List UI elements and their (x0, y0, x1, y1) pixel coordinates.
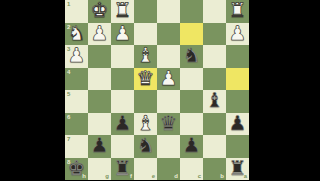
piece-black-pawn[interactable]: ♟ (183, 135, 201, 155)
piece-white-bishop[interactable]: ♝ (137, 113, 155, 133)
square-d7[interactable] (157, 135, 180, 158)
piece-white-rook[interactable]: ♜ (114, 0, 132, 20)
rank-label-1: 1 (67, 1, 70, 7)
file-label-g: g (105, 173, 109, 179)
square-b7[interactable] (203, 135, 226, 158)
square-h2[interactable]: 2♞ (65, 23, 88, 46)
piece-black-queen[interactable]: ♛ (160, 113, 178, 133)
rank-label-7: 7 (67, 136, 70, 142)
piece-white-bishop[interactable]: ♝ (137, 45, 155, 65)
square-d4[interactable]: ♟ (157, 68, 180, 91)
file-label-d: d (174, 173, 178, 179)
square-f7[interactable] (111, 135, 134, 158)
square-g7[interactable]: ♟ (88, 135, 111, 158)
file-label-e: e (152, 173, 155, 179)
piece-black-pawn[interactable]: ♟ (91, 135, 109, 155)
square-b1[interactable] (203, 0, 226, 23)
piece-black-knight[interactable]: ♞ (183, 45, 201, 65)
square-c6[interactable] (180, 113, 203, 136)
square-e7[interactable]: ♞ (134, 135, 157, 158)
square-h3[interactable]: 3♟ (65, 45, 88, 68)
piece-white-pawn[interactable]: ♟ (160, 68, 178, 88)
piece-white-rook[interactable]: ♜ (229, 0, 247, 20)
piece-black-knight[interactable]: ♞ (137, 135, 155, 155)
square-b5[interactable]: ♝ (203, 90, 226, 113)
square-a5[interactable] (226, 90, 249, 113)
square-b8[interactable]: b (203, 158, 226, 181)
square-d8[interactable]: d (157, 158, 180, 181)
piece-white-knight[interactable]: ♞ (68, 23, 86, 43)
square-e6[interactable]: ♝ (134, 113, 157, 136)
square-e3[interactable]: ♝ (134, 45, 157, 68)
square-h4[interactable]: 4 (65, 68, 88, 91)
file-label-c: c (198, 173, 201, 179)
square-e2[interactable] (134, 23, 157, 46)
piece-black-rook[interactable]: ♜ (229, 158, 247, 178)
square-e8[interactable]: e (134, 158, 157, 181)
square-b4[interactable] (203, 68, 226, 91)
square-d3[interactable] (157, 45, 180, 68)
square-a1[interactable]: ♜ (226, 0, 249, 23)
piece-black-pawn[interactable]: ♟ (114, 113, 132, 133)
piece-white-pawn[interactable]: ♟ (91, 23, 109, 43)
square-f1[interactable]: ♜ (111, 0, 134, 23)
piece-white-pawn[interactable]: ♟ (68, 45, 86, 65)
square-f3[interactable] (111, 45, 134, 68)
square-b3[interactable] (203, 45, 226, 68)
square-a6[interactable]: ♟ (226, 113, 249, 136)
square-g8[interactable]: g (88, 158, 111, 181)
square-g1[interactable]: ♚ (88, 0, 111, 23)
square-c1[interactable] (180, 0, 203, 23)
square-f5[interactable] (111, 90, 134, 113)
piece-black-bishop[interactable]: ♝ (206, 90, 224, 110)
piece-white-pawn[interactable]: ♟ (114, 23, 132, 43)
square-c8[interactable]: c (180, 158, 203, 181)
square-d2[interactable] (157, 23, 180, 46)
square-g6[interactable] (88, 113, 111, 136)
square-e5[interactable] (134, 90, 157, 113)
square-g2[interactable]: ♟ (88, 23, 111, 46)
piece-white-pawn[interactable]: ♟ (229, 23, 247, 43)
square-e4[interactable]: ♛ (134, 68, 157, 91)
square-c2[interactable] (180, 23, 203, 46)
square-a4[interactable] (226, 68, 249, 91)
square-g3[interactable] (88, 45, 111, 68)
rank-label-4: 4 (67, 69, 70, 75)
square-h7[interactable]: 7 (65, 135, 88, 158)
rank-label-5: 5 (67, 91, 70, 97)
square-c4[interactable] (180, 68, 203, 91)
square-h6[interactable]: 6 (65, 113, 88, 136)
square-b6[interactable] (203, 113, 226, 136)
letterbox-right (249, 0, 320, 180)
square-d6[interactable]: ♛ (157, 113, 180, 136)
square-h8[interactable]: 8h♚ (65, 158, 88, 181)
square-b2[interactable] (203, 23, 226, 46)
letterbox-left (0, 0, 65, 180)
chess-board: 1♚♜♜2♞♟♟♟3♟♝♞4♛♟5♝6♟♝♛♟7♟♞♟8h♚gf♜edcba♜ (65, 0, 249, 180)
square-f2[interactable]: ♟ (111, 23, 134, 46)
file-label-b: b (220, 173, 224, 179)
piece-black-rook[interactable]: ♜ (114, 158, 132, 178)
square-e1[interactable] (134, 0, 157, 23)
square-h5[interactable]: 5 (65, 90, 88, 113)
square-c7[interactable]: ♟ (180, 135, 203, 158)
square-a7[interactable] (226, 135, 249, 158)
square-f8[interactable]: f♜ (111, 158, 134, 181)
video-frame: 1♚♜♜2♞♟♟♟3♟♝♞4♛♟5♝6♟♝♛♟7♟♞♟8h♚gf♜edcba♜ (0, 0, 320, 180)
square-g5[interactable] (88, 90, 111, 113)
square-a2[interactable]: ♟ (226, 23, 249, 46)
square-a3[interactable] (226, 45, 249, 68)
rank-label-6: 6 (67, 114, 70, 120)
piece-black-pawn[interactable]: ♟ (229, 113, 247, 133)
square-f4[interactable] (111, 68, 134, 91)
square-c5[interactable] (180, 90, 203, 113)
piece-white-king[interactable]: ♚ (91, 0, 109, 20)
square-c3[interactable]: ♞ (180, 45, 203, 68)
square-h1[interactable]: 1 (65, 0, 88, 23)
piece-black-king[interactable]: ♚ (68, 158, 86, 178)
square-f6[interactable]: ♟ (111, 113, 134, 136)
piece-white-queen[interactable]: ♛ (137, 68, 155, 88)
square-d5[interactable] (157, 90, 180, 113)
square-a8[interactable]: a♜ (226, 158, 249, 181)
square-d1[interactable] (157, 0, 180, 23)
square-g4[interactable] (88, 68, 111, 91)
